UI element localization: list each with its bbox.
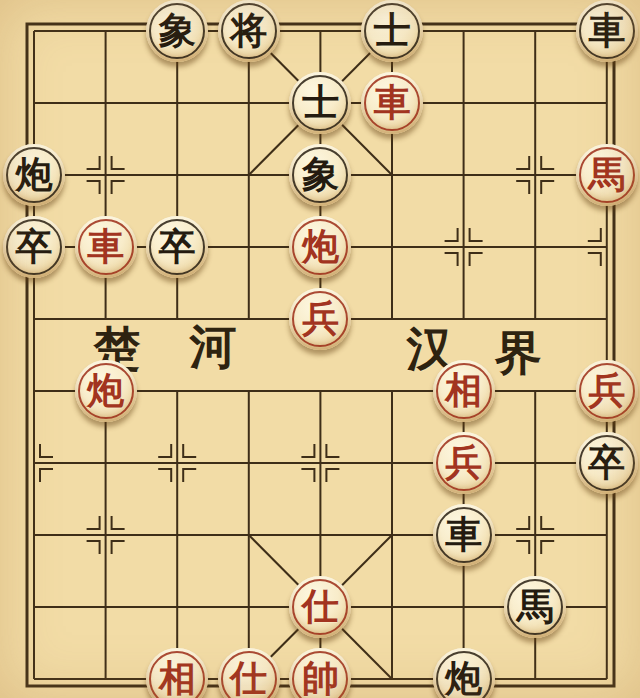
piece-black-soldier-a3[interactable]: 卒 bbox=[3, 216, 65, 278]
piece-glyph: 帥 bbox=[302, 660, 339, 697]
piece-black-cannon-a2[interactable]: 炮 bbox=[3, 144, 65, 206]
piece-red-general-e9[interactable]: 帥 bbox=[289, 648, 351, 698]
piece-red-elephant-c9[interactable]: 相 bbox=[146, 648, 208, 698]
piece-glyph: 兵 bbox=[302, 300, 339, 337]
pieces-grid: 象将士車士車炮象馬卒車卒炮兵炮相兵兵卒車仕馬相仕帥炮 bbox=[0, 0, 640, 698]
piece-glyph: 馬 bbox=[517, 588, 554, 625]
board-point-c0: 象 bbox=[141, 0, 213, 67]
piece-red-horse-i2[interactable]: 馬 bbox=[576, 144, 638, 206]
board-point-b5: 炮 bbox=[70, 355, 142, 427]
piece-glyph: 卒 bbox=[16, 228, 53, 265]
piece-glyph: 仕 bbox=[230, 660, 267, 697]
board-point-f1: 車 bbox=[356, 67, 428, 139]
piece-black-advisor-e1[interactable]: 士 bbox=[289, 72, 351, 134]
piece-glyph: 馬 bbox=[588, 156, 625, 193]
board-point-c9: 相 bbox=[141, 643, 213, 698]
piece-glyph: 車 bbox=[87, 228, 124, 265]
piece-glyph: 兵 bbox=[445, 444, 482, 481]
piece-red-chariot-b3[interactable]: 車 bbox=[75, 216, 137, 278]
piece-glyph: 炮 bbox=[445, 660, 482, 697]
piece-red-cannon-b5[interactable]: 炮 bbox=[75, 360, 137, 422]
board-point-e8: 仕 bbox=[285, 571, 357, 643]
piece-glyph: 炮 bbox=[87, 372, 124, 409]
board-point-e9: 帥 bbox=[285, 643, 357, 698]
piece-red-soldier-i5[interactable]: 兵 bbox=[576, 360, 638, 422]
piece-black-horse-h8[interactable]: 馬 bbox=[504, 576, 566, 638]
board-point-g9: 炮 bbox=[428, 643, 500, 698]
board-point-d0: 将 bbox=[213, 0, 285, 67]
xiangqi-board: 楚 河 汉 界 象将士車士車炮象馬卒車卒炮兵炮相兵兵卒車仕馬相仕帥炮 bbox=[0, 0, 640, 698]
board-point-b3: 車 bbox=[70, 211, 142, 283]
board-point-i2: 馬 bbox=[571, 139, 640, 211]
board-point-e1: 士 bbox=[285, 67, 357, 139]
piece-black-chariot-g7[interactable]: 車 bbox=[433, 504, 495, 566]
board-point-g6: 兵 bbox=[428, 427, 500, 499]
piece-glyph: 象 bbox=[159, 12, 196, 49]
piece-glyph: 士 bbox=[373, 12, 410, 49]
piece-black-chariot-i0[interactable]: 車 bbox=[576, 0, 638, 62]
board-point-a3: 卒 bbox=[0, 211, 70, 283]
piece-glyph: 車 bbox=[373, 84, 410, 121]
board-point-e3: 炮 bbox=[285, 211, 357, 283]
piece-glyph: 兵 bbox=[588, 372, 625, 409]
piece-glyph: 仕 bbox=[302, 588, 339, 625]
board-point-i6: 卒 bbox=[571, 427, 640, 499]
board-point-h8: 馬 bbox=[499, 571, 571, 643]
piece-red-elephant-g5[interactable]: 相 bbox=[433, 360, 495, 422]
piece-red-cannon-e3[interactable]: 炮 bbox=[289, 216, 351, 278]
board-point-e4: 兵 bbox=[285, 283, 357, 355]
piece-black-advisor-f0[interactable]: 士 bbox=[361, 0, 423, 62]
piece-glyph: 卒 bbox=[588, 444, 625, 481]
board-point-c3: 卒 bbox=[141, 211, 213, 283]
piece-red-chariot-f1[interactable]: 車 bbox=[361, 72, 423, 134]
board-point-d9: 仕 bbox=[213, 643, 285, 698]
piece-glyph: 士 bbox=[302, 84, 339, 121]
piece-red-soldier-g6[interactable]: 兵 bbox=[433, 432, 495, 494]
piece-glyph: 車 bbox=[588, 12, 625, 49]
board-point-i0: 車 bbox=[571, 0, 640, 67]
piece-black-elephant-c0[interactable]: 象 bbox=[146, 0, 208, 62]
piece-black-soldier-c3[interactable]: 卒 bbox=[146, 216, 208, 278]
board-point-g7: 車 bbox=[428, 499, 500, 571]
piece-glyph: 炮 bbox=[302, 228, 339, 265]
piece-glyph: 車 bbox=[445, 516, 482, 553]
board-point-i5: 兵 bbox=[571, 355, 640, 427]
piece-black-general-d0[interactable]: 将 bbox=[218, 0, 280, 62]
piece-glyph: 卒 bbox=[159, 228, 196, 265]
piece-black-cannon-g9[interactable]: 炮 bbox=[433, 648, 495, 698]
board-point-a2: 炮 bbox=[0, 139, 70, 211]
piece-glyph: 相 bbox=[445, 372, 482, 409]
piece-glyph: 将 bbox=[230, 12, 267, 49]
piece-black-soldier-i6[interactable]: 卒 bbox=[576, 432, 638, 494]
board-point-e2: 象 bbox=[285, 139, 357, 211]
board-point-g5: 相 bbox=[428, 355, 500, 427]
piece-glyph: 相 bbox=[159, 660, 196, 697]
piece-glyph: 炮 bbox=[16, 156, 53, 193]
piece-red-advisor-d9[interactable]: 仕 bbox=[218, 648, 280, 698]
piece-glyph: 象 bbox=[302, 156, 339, 193]
piece-red-soldier-e4[interactable]: 兵 bbox=[289, 288, 351, 350]
piece-black-elephant-e2[interactable]: 象 bbox=[289, 144, 351, 206]
piece-red-advisor-e8[interactable]: 仕 bbox=[289, 576, 351, 638]
board-point-f0: 士 bbox=[356, 0, 428, 67]
